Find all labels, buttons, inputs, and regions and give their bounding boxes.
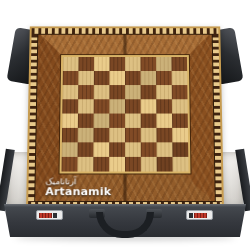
board-square	[93, 157, 109, 172]
board-square	[141, 157, 157, 172]
combination-lock-right	[186, 210, 213, 220]
board-square	[141, 142, 157, 157]
board-square	[93, 128, 109, 142]
board-square	[62, 99, 78, 113]
board-square	[156, 71, 172, 85]
board-square	[141, 99, 157, 113]
brand-label-latin: Artanamik	[45, 186, 111, 198]
board-square	[172, 114, 188, 128]
board-square	[125, 114, 141, 128]
board-square	[172, 157, 188, 172]
board-square	[125, 71, 141, 85]
board-square	[141, 128, 157, 142]
board-square	[78, 99, 94, 113]
board-square	[62, 142, 78, 157]
board-square	[109, 57, 125, 71]
chess-grid	[60, 55, 191, 173]
lock-latch-icon	[53, 213, 57, 218]
brand-label: آرتانامیک Artanamik	[45, 177, 111, 198]
board-square	[140, 57, 156, 71]
board-square	[94, 85, 110, 99]
board-square	[93, 142, 109, 157]
board-square	[63, 57, 79, 71]
board-square	[77, 157, 93, 172]
product-photo: آرتانامیک Artanamik	[0, 0, 250, 250]
board-square	[172, 85, 188, 99]
board-square	[109, 99, 125, 113]
board-square	[125, 157, 141, 172]
board-square	[109, 128, 125, 142]
board-square	[62, 85, 78, 99]
board-square	[125, 57, 141, 71]
board-square	[94, 99, 110, 113]
board-square	[157, 142, 173, 157]
board-square	[172, 71, 188, 85]
lock-latch-icon	[189, 213, 193, 218]
board-square	[156, 85, 172, 99]
board-square	[109, 157, 125, 172]
board-square	[172, 99, 188, 113]
board-square	[141, 85, 157, 99]
board-square	[78, 71, 94, 85]
board-square	[156, 57, 172, 71]
board-square	[125, 85, 141, 99]
board-square	[78, 114, 94, 128]
lock-dials-icon	[194, 213, 207, 218]
board-square	[78, 142, 94, 157]
board-wood-field: آرتانامیک Artanamik	[35, 35, 215, 201]
board-square	[125, 99, 141, 113]
chess-board: آرتانامیک Artanamik	[26, 26, 224, 210]
board-square	[141, 114, 157, 128]
board-square	[157, 157, 173, 172]
lock-dials-icon	[39, 213, 52, 218]
board-square	[156, 99, 172, 113]
board-square	[78, 128, 94, 142]
board-square	[172, 128, 188, 142]
board-square	[78, 57, 94, 71]
board-square	[172, 142, 188, 157]
board-square	[156, 114, 172, 128]
board-square	[78, 85, 94, 99]
board-square	[62, 128, 78, 142]
board-square	[63, 71, 79, 85]
board-square	[94, 71, 110, 85]
board-square	[94, 114, 110, 128]
board-square	[62, 114, 78, 128]
board-square	[171, 57, 187, 71]
board-square	[62, 157, 78, 172]
board-square	[109, 114, 125, 128]
board-square	[156, 128, 172, 142]
combination-lock-left	[36, 210, 63, 220]
board-square	[109, 142, 125, 157]
board-square	[94, 57, 110, 71]
board-square	[141, 71, 157, 85]
board-square	[125, 128, 141, 142]
board-square	[109, 85, 125, 99]
board-square	[125, 142, 141, 157]
board-square	[109, 71, 125, 85]
